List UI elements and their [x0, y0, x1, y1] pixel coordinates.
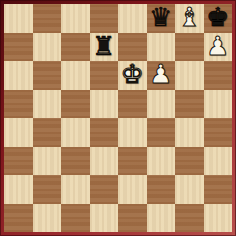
square-e4[interactable] — [118, 118, 147, 147]
square-b8[interactable] — [33, 4, 62, 33]
square-h8[interactable]: ♚ — [204, 4, 233, 33]
square-e6[interactable]: ♚ — [118, 61, 147, 90]
square-g5[interactable] — [175, 90, 204, 119]
square-d1[interactable] — [90, 204, 119, 233]
square-b1[interactable] — [33, 204, 62, 233]
square-g4[interactable] — [175, 118, 204, 147]
square-h1[interactable] — [204, 204, 233, 233]
square-f4[interactable] — [147, 118, 176, 147]
square-f7[interactable] — [147, 33, 176, 62]
square-g6[interactable] — [175, 61, 204, 90]
square-a6[interactable] — [4, 61, 33, 90]
square-g7[interactable] — [175, 33, 204, 62]
square-f8[interactable]: ♛ — [147, 4, 176, 33]
square-f6[interactable]: ♟ — [147, 61, 176, 90]
square-c6[interactable] — [61, 61, 90, 90]
white-pawn-piece: ♟ — [149, 60, 172, 89]
black-king-piece: ♚ — [206, 3, 229, 32]
square-d7[interactable]: ♜ — [90, 33, 119, 62]
square-h3[interactable] — [204, 147, 233, 176]
square-d4[interactable] — [90, 118, 119, 147]
black-rook-piece: ♜ — [92, 32, 115, 61]
square-b2[interactable] — [33, 175, 62, 204]
square-e5[interactable] — [118, 90, 147, 119]
square-c3[interactable] — [61, 147, 90, 176]
square-h5[interactable] — [204, 90, 233, 119]
white-bishop-piece: ♝ — [178, 3, 201, 32]
square-h6[interactable] — [204, 61, 233, 90]
square-a4[interactable] — [4, 118, 33, 147]
square-e2[interactable] — [118, 175, 147, 204]
square-g8[interactable]: ♝ — [175, 4, 204, 33]
square-c2[interactable] — [61, 175, 90, 204]
square-c5[interactable] — [61, 90, 90, 119]
white-king-piece: ♚ — [121, 60, 144, 89]
black-queen-piece: ♛ — [149, 3, 172, 32]
square-d2[interactable] — [90, 175, 119, 204]
square-e1[interactable] — [118, 204, 147, 233]
square-f1[interactable] — [147, 204, 176, 233]
square-c8[interactable] — [61, 4, 90, 33]
square-g1[interactable] — [175, 204, 204, 233]
square-g3[interactable] — [175, 147, 204, 176]
square-b4[interactable] — [33, 118, 62, 147]
square-e3[interactable] — [118, 147, 147, 176]
chess-board: ♛♝♚♜♟♚♟ — [4, 4, 232, 232]
square-f3[interactable] — [147, 147, 176, 176]
square-f5[interactable] — [147, 90, 176, 119]
square-a1[interactable] — [4, 204, 33, 233]
square-c7[interactable] — [61, 33, 90, 62]
square-b3[interactable] — [33, 147, 62, 176]
square-b5[interactable] — [33, 90, 62, 119]
square-e8[interactable] — [118, 4, 147, 33]
square-c4[interactable] — [61, 118, 90, 147]
square-g2[interactable] — [175, 175, 204, 204]
square-h7[interactable]: ♟ — [204, 33, 233, 62]
square-a7[interactable] — [4, 33, 33, 62]
square-f2[interactable] — [147, 175, 176, 204]
square-e7[interactable] — [118, 33, 147, 62]
board-frame: ♛♝♚♜♟♚♟ — [0, 0, 236, 236]
square-d6[interactable] — [90, 61, 119, 90]
square-a5[interactable] — [4, 90, 33, 119]
square-h2[interactable] — [204, 175, 233, 204]
square-d5[interactable] — [90, 90, 119, 119]
square-d8[interactable] — [90, 4, 119, 33]
square-b6[interactable] — [33, 61, 62, 90]
square-c1[interactable] — [61, 204, 90, 233]
square-a2[interactable] — [4, 175, 33, 204]
square-h4[interactable] — [204, 118, 233, 147]
square-d3[interactable] — [90, 147, 119, 176]
white-pawn-piece: ♟ — [206, 32, 229, 61]
square-a3[interactable] — [4, 147, 33, 176]
square-b7[interactable] — [33, 33, 62, 62]
square-a8[interactable] — [4, 4, 33, 33]
